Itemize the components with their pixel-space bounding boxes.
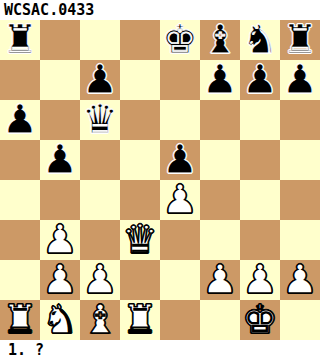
square-g6[interactable] bbox=[240, 100, 280, 140]
square-c2[interactable]: ♟ bbox=[80, 260, 120, 300]
square-e8[interactable]: ♚ bbox=[160, 20, 200, 60]
white-pawn: ♟ bbox=[202, 260, 238, 299]
square-f7[interactable]: ♟ bbox=[200, 60, 240, 100]
square-e5[interactable]: ♟ bbox=[160, 140, 200, 180]
square-g5[interactable] bbox=[240, 140, 280, 180]
black-pawn: ♟ bbox=[242, 60, 278, 99]
square-b1[interactable]: ♞ bbox=[40, 300, 80, 340]
black-pawn: ♟ bbox=[162, 140, 198, 179]
square-b7[interactable] bbox=[40, 60, 80, 100]
square-b5[interactable]: ♟ bbox=[40, 140, 80, 180]
square-d8[interactable] bbox=[120, 20, 160, 60]
square-e7[interactable] bbox=[160, 60, 200, 100]
square-c8[interactable] bbox=[80, 20, 120, 60]
black-pawn: ♟ bbox=[282, 60, 318, 99]
black-bishop: ♝ bbox=[202, 20, 238, 59]
black-pawn: ♟ bbox=[2, 100, 38, 139]
square-h8[interactable]: ♜ bbox=[280, 20, 320, 60]
square-h7[interactable]: ♟ bbox=[280, 60, 320, 100]
square-f2[interactable]: ♟ bbox=[200, 260, 240, 300]
white-pawn: ♟ bbox=[42, 260, 78, 299]
square-h2[interactable]: ♟ bbox=[280, 260, 320, 300]
square-f8[interactable]: ♝ bbox=[200, 20, 240, 60]
black-rook: ♜ bbox=[2, 20, 38, 59]
square-b3[interactable]: ♟ bbox=[40, 220, 80, 260]
square-a4[interactable] bbox=[0, 180, 40, 220]
square-b4[interactable] bbox=[40, 180, 80, 220]
puzzle-id: WCSAC.0433 bbox=[0, 0, 320, 20]
square-g8[interactable]: ♞ bbox=[240, 20, 280, 60]
square-h1[interactable] bbox=[280, 300, 320, 340]
chess-board: ♜♚♝♞♜♟♟♟♟♟♛♟♟♟♟♛♟♟♟♟♟♜♞♝♜♚ bbox=[0, 20, 320, 340]
white-queen: ♛ bbox=[122, 220, 158, 259]
white-pawn: ♟ bbox=[82, 260, 118, 299]
square-d2[interactable] bbox=[120, 260, 160, 300]
square-h5[interactable] bbox=[280, 140, 320, 180]
square-e2[interactable] bbox=[160, 260, 200, 300]
square-e4[interactable]: ♟ bbox=[160, 180, 200, 220]
black-rook: ♜ bbox=[282, 20, 318, 59]
chess-puzzle-page: WCSAC.0433 ♜♚♝♞♜♟♟♟♟♟♛♟♟♟♟♛♟♟♟♟♟♜♞♝♜♚ 1.… bbox=[0, 0, 320, 360]
white-king: ♚ bbox=[242, 300, 278, 339]
square-h3[interactable] bbox=[280, 220, 320, 260]
white-knight: ♞ bbox=[42, 300, 78, 339]
square-c7[interactable]: ♟ bbox=[80, 60, 120, 100]
square-d4[interactable] bbox=[120, 180, 160, 220]
square-a7[interactable] bbox=[0, 60, 40, 100]
square-g7[interactable]: ♟ bbox=[240, 60, 280, 100]
square-c5[interactable] bbox=[80, 140, 120, 180]
square-d6[interactable] bbox=[120, 100, 160, 140]
square-a3[interactable] bbox=[0, 220, 40, 260]
black-queen: ♛ bbox=[82, 100, 118, 139]
square-c6[interactable]: ♛ bbox=[80, 100, 120, 140]
black-pawn: ♟ bbox=[82, 60, 118, 99]
square-d7[interactable] bbox=[120, 60, 160, 100]
square-d1[interactable]: ♜ bbox=[120, 300, 160, 340]
square-f1[interactable] bbox=[200, 300, 240, 340]
square-a5[interactable] bbox=[0, 140, 40, 180]
square-c4[interactable] bbox=[80, 180, 120, 220]
square-d5[interactable] bbox=[120, 140, 160, 180]
square-f6[interactable] bbox=[200, 100, 240, 140]
white-bishop: ♝ bbox=[82, 300, 118, 339]
square-g1[interactable]: ♚ bbox=[240, 300, 280, 340]
black-pawn: ♟ bbox=[42, 140, 78, 179]
black-king: ♚ bbox=[162, 20, 198, 59]
square-e1[interactable] bbox=[160, 300, 200, 340]
square-b6[interactable] bbox=[40, 100, 80, 140]
square-f3[interactable] bbox=[200, 220, 240, 260]
square-a2[interactable] bbox=[0, 260, 40, 300]
white-pawn: ♟ bbox=[242, 260, 278, 299]
black-pawn: ♟ bbox=[202, 60, 238, 99]
square-g4[interactable] bbox=[240, 180, 280, 220]
square-h6[interactable] bbox=[280, 100, 320, 140]
square-b2[interactable]: ♟ bbox=[40, 260, 80, 300]
move-prompt: 1. ? bbox=[0, 340, 320, 360]
square-d3[interactable]: ♛ bbox=[120, 220, 160, 260]
square-a1[interactable]: ♜ bbox=[0, 300, 40, 340]
square-a6[interactable]: ♟ bbox=[0, 100, 40, 140]
square-e6[interactable] bbox=[160, 100, 200, 140]
square-e3[interactable] bbox=[160, 220, 200, 260]
square-g3[interactable] bbox=[240, 220, 280, 260]
white-pawn: ♟ bbox=[42, 220, 78, 259]
square-f5[interactable] bbox=[200, 140, 240, 180]
white-pawn: ♟ bbox=[162, 180, 198, 219]
black-knight: ♞ bbox=[242, 20, 278, 59]
square-c3[interactable] bbox=[80, 220, 120, 260]
white-pawn: ♟ bbox=[282, 260, 318, 299]
square-g2[interactable]: ♟ bbox=[240, 260, 280, 300]
square-a8[interactable]: ♜ bbox=[0, 20, 40, 60]
square-b8[interactable] bbox=[40, 20, 80, 60]
square-c1[interactable]: ♝ bbox=[80, 300, 120, 340]
white-rook: ♜ bbox=[2, 300, 38, 339]
white-rook: ♜ bbox=[122, 300, 158, 339]
square-f4[interactable] bbox=[200, 180, 240, 220]
square-h4[interactable] bbox=[280, 180, 320, 220]
